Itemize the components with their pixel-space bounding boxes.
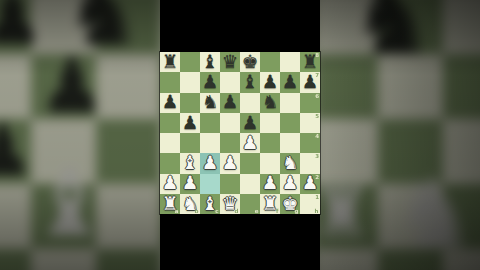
black-bishop: ♝ bbox=[202, 52, 219, 71]
square-f2[interactable]: ♟ bbox=[260, 174, 280, 194]
rank-coordinate-6: 6 bbox=[315, 93, 319, 99]
square-d4[interactable] bbox=[220, 133, 240, 153]
square-b1[interactable]: ♞b bbox=[180, 194, 200, 214]
black-pawn: ♟ bbox=[222, 93, 239, 112]
vignette-overlay bbox=[0, 0, 160, 270]
square-h4[interactable]: 4 bbox=[300, 133, 320, 153]
square-h1[interactable]: 1h bbox=[300, 194, 320, 214]
square-d1[interactable]: ♛d bbox=[220, 194, 240, 214]
square-f1[interactable]: ♜f bbox=[260, 194, 280, 214]
square-a4[interactable] bbox=[160, 133, 180, 153]
black-rook: ♜ bbox=[162, 52, 179, 71]
square-f4[interactable] bbox=[260, 133, 280, 153]
square-g5[interactable] bbox=[280, 113, 300, 133]
square-f7[interactable]: ♟ bbox=[260, 72, 280, 92]
square-g3[interactable]: ♞ bbox=[280, 153, 300, 173]
square-h2[interactable]: ♟2 bbox=[300, 174, 320, 194]
square-b6[interactable] bbox=[180, 93, 200, 113]
square-a2[interactable]: ♟ bbox=[160, 174, 180, 194]
shorts-video-frame: ♟ ♞ ♟ ♟ ♝ ♜♝♛♚♜8♟♝♟♟♟7♟♞♟♞6♟♟5♟4♝♟♟♞3♟♟♟… bbox=[0, 0, 480, 270]
black-pawn: ♟ bbox=[242, 113, 259, 132]
square-c7[interactable]: ♟ bbox=[200, 72, 220, 92]
square-f3[interactable] bbox=[260, 153, 280, 173]
square-e7[interactable]: ♝ bbox=[240, 72, 260, 92]
square-e6[interactable] bbox=[240, 93, 260, 113]
black-pawn: ♟ bbox=[162, 93, 179, 112]
white-knight: ♞ bbox=[282, 154, 299, 173]
square-c6[interactable]: ♞ bbox=[200, 93, 220, 113]
square-g2[interactable]: ♟ bbox=[280, 174, 300, 194]
square-g1[interactable]: ♚g bbox=[280, 194, 300, 214]
chess-board: ♜♝♛♚♜8♟♝♟♟♟7♟♞♟♞6♟♟5♟4♝♟♟♞3♟♟♟♟♟2♜a♞b♝c♛… bbox=[160, 52, 320, 214]
square-b8[interactable] bbox=[180, 52, 200, 72]
square-h7[interactable]: ♟7 bbox=[300, 72, 320, 92]
square-h3[interactable]: 3 bbox=[300, 153, 320, 173]
letterbox-bottom bbox=[160, 214, 320, 270]
rank-coordinate-7: 7 bbox=[315, 72, 319, 78]
square-e2[interactable] bbox=[240, 174, 260, 194]
rank-coordinate-1: 1 bbox=[315, 194, 319, 200]
square-e5[interactable]: ♟ bbox=[240, 113, 260, 133]
square-h8[interactable]: ♜8 bbox=[300, 52, 320, 72]
black-pawn: ♟ bbox=[282, 73, 299, 92]
square-c2[interactable] bbox=[200, 174, 220, 194]
square-b5[interactable]: ♟ bbox=[180, 113, 200, 133]
square-d5[interactable] bbox=[220, 113, 240, 133]
rank-coordinate-4: 4 bbox=[315, 133, 319, 139]
black-king: ♚ bbox=[242, 52, 259, 71]
square-g8[interactable] bbox=[280, 52, 300, 72]
square-e1[interactable]: e bbox=[240, 194, 260, 214]
square-d7[interactable] bbox=[220, 72, 240, 92]
black-pawn: ♟ bbox=[202, 73, 219, 92]
video-column: ♜♝♛♚♜8♟♝♟♟♟7♟♞♟♞6♟♟5♟4♝♟♟♞3♟♟♟♟♟2♜a♞b♝c♛… bbox=[160, 0, 320, 270]
white-pawn: ♟ bbox=[222, 154, 239, 173]
square-a3[interactable] bbox=[160, 153, 180, 173]
white-pawn: ♟ bbox=[202, 154, 219, 173]
white-bishop: ♝ bbox=[182, 154, 199, 173]
square-d6[interactable]: ♟ bbox=[220, 93, 240, 113]
square-e4[interactable]: ♟ bbox=[240, 133, 260, 153]
square-a7[interactable] bbox=[160, 72, 180, 92]
white-pawn: ♟ bbox=[242, 133, 259, 152]
rank-coordinate-2: 2 bbox=[315, 174, 319, 180]
square-c8[interactable]: ♝ bbox=[200, 52, 220, 72]
black-knight: ♞ bbox=[262, 93, 279, 112]
square-h6[interactable]: 6 bbox=[300, 93, 320, 113]
blurred-background-right: ♞ ♞ ♜ bbox=[320, 0, 480, 270]
square-c3[interactable]: ♟ bbox=[200, 153, 220, 173]
square-b2[interactable]: ♟ bbox=[180, 174, 200, 194]
rank-coordinate-8: 8 bbox=[315, 52, 319, 58]
square-d2[interactable] bbox=[220, 174, 240, 194]
white-pawn: ♟ bbox=[182, 174, 199, 193]
square-a6[interactable]: ♟ bbox=[160, 93, 180, 113]
square-e3[interactable] bbox=[240, 153, 260, 173]
black-knight: ♞ bbox=[202, 93, 219, 112]
square-g6[interactable] bbox=[280, 93, 300, 113]
square-d8[interactable]: ♛ bbox=[220, 52, 240, 72]
square-c5[interactable] bbox=[200, 113, 220, 133]
black-queen: ♛ bbox=[222, 52, 239, 71]
square-b4[interactable] bbox=[180, 133, 200, 153]
square-c4[interactable] bbox=[200, 133, 220, 153]
white-pawn: ♟ bbox=[262, 174, 279, 193]
square-b3[interactable]: ♝ bbox=[180, 153, 200, 173]
square-b7[interactable] bbox=[180, 72, 200, 92]
square-f5[interactable] bbox=[260, 113, 280, 133]
square-g7[interactable]: ♟ bbox=[280, 72, 300, 92]
rank-coordinate-5: 5 bbox=[315, 113, 319, 119]
black-pawn: ♟ bbox=[262, 73, 279, 92]
rank-coordinate-3: 3 bbox=[315, 153, 319, 159]
square-a1[interactable]: ♜a bbox=[160, 194, 180, 214]
black-bishop: ♝ bbox=[242, 73, 259, 92]
square-a8[interactable]: ♜ bbox=[160, 52, 180, 72]
square-g4[interactable] bbox=[280, 133, 300, 153]
blurred-background-left: ♟ ♞ ♟ ♟ ♝ bbox=[0, 0, 160, 270]
white-pawn: ♟ bbox=[162, 174, 179, 193]
square-d3[interactable]: ♟ bbox=[220, 153, 240, 173]
square-e8[interactable]: ♚ bbox=[240, 52, 260, 72]
square-a5[interactable] bbox=[160, 113, 180, 133]
letterbox-top bbox=[160, 0, 320, 52]
square-f6[interactable]: ♞ bbox=[260, 93, 280, 113]
vignette-overlay bbox=[320, 0, 480, 270]
black-pawn: ♟ bbox=[182, 113, 199, 132]
square-c1[interactable]: ♝c bbox=[200, 194, 220, 214]
square-f8[interactable] bbox=[260, 52, 280, 72]
square-h5[interactable]: 5 bbox=[300, 113, 320, 133]
white-pawn: ♟ bbox=[282, 174, 299, 193]
